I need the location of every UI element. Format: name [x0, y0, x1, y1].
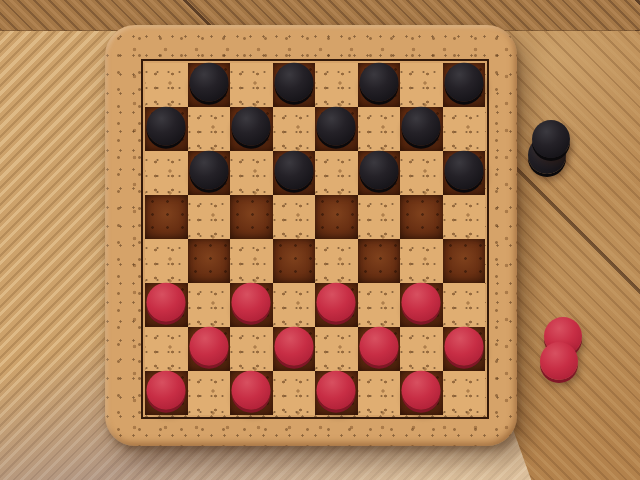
- black-checker-r1c2[interactable]: [232, 107, 271, 146]
- square-r3c6-dark[interactable]: [400, 195, 443, 239]
- red-checker-r6c5[interactable]: [359, 327, 398, 366]
- square-r7c0-dark[interactable]: [145, 371, 188, 415]
- square-r5c6-dark[interactable]: [400, 283, 443, 327]
- square-r0c0-light[interactable]: [145, 63, 188, 107]
- square-r0c6-light[interactable]: [400, 63, 443, 107]
- square-r5c5-light[interactable]: [358, 283, 401, 327]
- scene: [0, 0, 640, 480]
- square-r1c4-dark[interactable]: [315, 107, 358, 151]
- square-r2c5-dark[interactable]: [358, 151, 401, 195]
- square-r3c3-light[interactable]: [273, 195, 316, 239]
- red-checker-r6c7[interactable]: [444, 327, 483, 366]
- square-r7c3-light[interactable]: [273, 371, 316, 415]
- black-checker-r1c0[interactable]: [147, 107, 186, 146]
- square-r1c5-light[interactable]: [358, 107, 401, 151]
- square-r4c6-light[interactable]: [400, 239, 443, 283]
- square-r4c2-light[interactable]: [230, 239, 273, 283]
- square-r0c5-dark[interactable]: [358, 63, 401, 107]
- black-checker-r0c1[interactable]: [189, 63, 228, 102]
- red-checker-r5c6[interactable]: [402, 283, 441, 322]
- square-r3c2-dark[interactable]: [230, 195, 273, 239]
- square-r5c0-dark[interactable]: [145, 283, 188, 327]
- square-r1c1-light[interactable]: [188, 107, 231, 151]
- square-r4c1-dark[interactable]: [188, 239, 231, 283]
- black-checker-r0c7[interactable]: [444, 63, 483, 102]
- square-r6c6-light[interactable]: [400, 327, 443, 371]
- square-r2c3-dark[interactable]: [273, 151, 316, 195]
- square-r1c3-light[interactable]: [273, 107, 316, 151]
- square-r3c0-dark[interactable]: [145, 195, 188, 239]
- square-r0c1-dark[interactable]: [188, 63, 231, 107]
- square-r5c7-light[interactable]: [443, 283, 486, 327]
- board-frame-line: [141, 59, 489, 419]
- red-checker-r6c3[interactable]: [274, 327, 313, 366]
- square-r0c3-dark[interactable]: [273, 63, 316, 107]
- square-r6c3-dark[interactable]: [273, 327, 316, 371]
- square-r0c4-light[interactable]: [315, 63, 358, 107]
- red-checker-r5c0[interactable]: [147, 283, 186, 322]
- square-r6c4-light[interactable]: [315, 327, 358, 371]
- square-r6c5-dark[interactable]: [358, 327, 401, 371]
- black-checker-r1c4[interactable]: [317, 107, 356, 146]
- square-r2c2-light[interactable]: [230, 151, 273, 195]
- square-r5c1-light[interactable]: [188, 283, 231, 327]
- square-r5c4-dark[interactable]: [315, 283, 358, 327]
- square-r2c6-light[interactable]: [400, 151, 443, 195]
- square-r2c0-light[interactable]: [145, 151, 188, 195]
- red-checker-r5c2[interactable]: [232, 283, 271, 322]
- square-r6c1-dark[interactable]: [188, 327, 231, 371]
- black-checker-r1c6[interactable]: [402, 107, 441, 146]
- square-r0c2-light[interactable]: [230, 63, 273, 107]
- black-checker-r2c7[interactable]: [444, 151, 483, 190]
- red-checker-r7c4[interactable]: [317, 371, 356, 410]
- square-r4c0-light[interactable]: [145, 239, 188, 283]
- square-r1c6-dark[interactable]: [400, 107, 443, 151]
- square-r7c5-light[interactable]: [358, 371, 401, 415]
- square-r4c7-dark[interactable]: [443, 239, 486, 283]
- red-checker-r6c1[interactable]: [189, 327, 228, 366]
- black-checker-r0c3[interactable]: [274, 63, 313, 102]
- square-r4c3-dark[interactable]: [273, 239, 316, 283]
- square-r5c3-light[interactable]: [273, 283, 316, 327]
- square-r6c0-light[interactable]: [145, 327, 188, 371]
- square-r3c1-light[interactable]: [188, 195, 231, 239]
- square-r7c2-dark[interactable]: [230, 371, 273, 415]
- black-checker-r2c5[interactable]: [359, 151, 398, 190]
- red-checker-r7c6[interactable]: [402, 371, 441, 410]
- square-r1c2-dark[interactable]: [230, 107, 273, 151]
- square-r0c7-dark[interactable]: [443, 63, 486, 107]
- square-r3c5-light[interactable]: [358, 195, 401, 239]
- square-r7c4-dark[interactable]: [315, 371, 358, 415]
- square-r6c7-dark[interactable]: [443, 327, 486, 371]
- square-r7c7-light[interactable]: [443, 371, 486, 415]
- square-r1c0-dark[interactable]: [145, 107, 188, 151]
- square-r3c7-light[interactable]: [443, 195, 486, 239]
- square-r7c6-dark[interactable]: [400, 371, 443, 415]
- red-checker-r7c2[interactable]: [232, 371, 271, 410]
- black-checker-r0c5[interactable]: [359, 63, 398, 102]
- square-r4c5-dark[interactable]: [358, 239, 401, 283]
- red-checker-r7c0[interactable]: [147, 371, 186, 410]
- square-r5c2-dark[interactable]: [230, 283, 273, 327]
- square-r2c4-light[interactable]: [315, 151, 358, 195]
- black-checker-r2c3[interactable]: [274, 151, 313, 190]
- square-r3c4-dark[interactable]: [315, 195, 358, 239]
- spare-black-checker-stack-top[interactable]: [532, 120, 570, 158]
- board-grid: [145, 63, 485, 415]
- square-r7c1-light[interactable]: [188, 371, 231, 415]
- square-r1c7-light[interactable]: [443, 107, 486, 151]
- checkers-board: [105, 25, 517, 446]
- square-r2c1-dark[interactable]: [188, 151, 231, 195]
- spare-red-checker-lower[interactable]: [540, 342, 578, 380]
- square-r2c7-dark[interactable]: [443, 151, 486, 195]
- square-r4c4-light[interactable]: [315, 239, 358, 283]
- black-checker-r2c1[interactable]: [189, 151, 228, 190]
- square-r6c2-light[interactable]: [230, 327, 273, 371]
- red-checker-r5c4[interactable]: [317, 283, 356, 322]
